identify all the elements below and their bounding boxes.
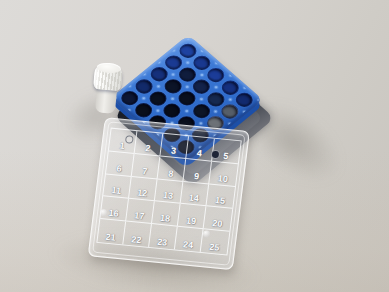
lid-cell: 14 bbox=[181, 182, 210, 207]
lid-cell-number: 23 bbox=[157, 238, 168, 248]
lid-cell-number: 9 bbox=[194, 172, 200, 181]
lid-cell: 15 bbox=[206, 184, 235, 209]
lid-cell: 6 bbox=[106, 151, 135, 176]
lid-cell-number: 6 bbox=[116, 164, 122, 173]
lid-cell-number: 2 bbox=[145, 144, 151, 153]
cryobox-clear-lid: 1234567891011121314151617181920212223242… bbox=[88, 117, 250, 270]
lid-cell-number: 10 bbox=[217, 174, 228, 184]
lid-cell-number: 3 bbox=[171, 146, 177, 155]
lid-cell-number: 11 bbox=[111, 186, 122, 196]
lid-cell: 24 bbox=[175, 227, 204, 252]
lid-cell: 23 bbox=[149, 224, 178, 249]
lid-cell: 11 bbox=[103, 174, 132, 199]
lid-cell-number: 18 bbox=[160, 214, 171, 224]
lid-cell: 13 bbox=[155, 179, 184, 204]
lid-cell-number: 5 bbox=[223, 152, 229, 161]
lid-cell: 19 bbox=[178, 204, 207, 229]
lid-number-grid: 1234567891011121314151617181920212223242… bbox=[96, 128, 241, 256]
lid-cell-number: 17 bbox=[134, 212, 145, 222]
lid-cell-number: 15 bbox=[215, 197, 226, 207]
lid-cell: 21 bbox=[97, 219, 126, 244]
lid-cell-number: 25 bbox=[209, 243, 220, 253]
lid-cell: 3 bbox=[160, 134, 189, 159]
lid-cell: 1 bbox=[109, 129, 138, 154]
lid-cell-number: 7 bbox=[142, 167, 148, 176]
lid-cell-number: 21 bbox=[105, 233, 116, 243]
lid-cell-number: 4 bbox=[196, 149, 202, 158]
lid-cell-number: 12 bbox=[137, 189, 148, 199]
lid-cell: 12 bbox=[129, 176, 158, 201]
lid-cell: 18 bbox=[152, 202, 181, 227]
lid-cell: 22 bbox=[123, 222, 152, 247]
cryovial-body bbox=[95, 88, 117, 114]
lab-bench-scene: 1234567891011121314151617181920212223242… bbox=[0, 0, 389, 292]
cryovial-tube bbox=[91, 62, 123, 116]
lid-cell-number: 19 bbox=[185, 217, 196, 227]
lid-cell: 7 bbox=[132, 154, 161, 179]
lid-cell-number: 24 bbox=[182, 240, 193, 250]
lid-cell-number: 8 bbox=[168, 169, 174, 178]
lid-cell: 17 bbox=[126, 199, 155, 224]
lid-cell-number: 20 bbox=[212, 219, 223, 229]
lid-cell: 20 bbox=[204, 207, 233, 232]
lid-cell: 4 bbox=[186, 136, 215, 161]
lid-cell: 2 bbox=[135, 131, 164, 156]
lid-cell-number: 1 bbox=[119, 141, 125, 150]
lid-cell-number: 14 bbox=[188, 194, 199, 204]
lid-cell: 10 bbox=[209, 161, 238, 186]
lid-cell: 9 bbox=[183, 159, 212, 184]
lid-cell: 8 bbox=[158, 156, 187, 181]
lid-cell-number: 16 bbox=[108, 209, 119, 219]
lid-cell-number: 22 bbox=[131, 235, 142, 245]
lid-cell-number: 13 bbox=[162, 191, 173, 201]
